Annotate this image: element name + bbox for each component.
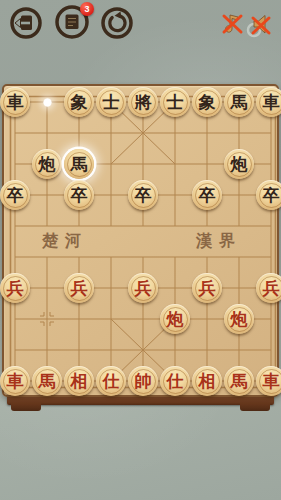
piece-red-soldier[interactable]: 兵 — [0, 273, 30, 303]
piece-black-horse[interactable]: 馬 — [224, 87, 254, 117]
piece-black-cannon[interactable]: 炮 — [224, 149, 254, 179]
piece-red-soldier[interactable]: 兵 — [192, 273, 222, 303]
piece-black-advisor[interactable]: 士 — [96, 87, 126, 117]
record-badge: 3 — [80, 2, 94, 16]
piece-red-advisor[interactable]: 仕 — [96, 366, 126, 396]
xiangqi-game-screen: 3 楚河 漢界 車象士將士象馬車炮馬炮卒卒卒卒卒兵兵兵兵兵炮炮車馬相仕帥仕相馬車 — [0, 0, 281, 500]
piece-black-soldier[interactable]: 卒 — [0, 180, 30, 210]
speaker-muted-icon — [245, 10, 275, 40]
piece-black-advisor[interactable]: 士 — [160, 87, 190, 117]
undo-arrow-icon — [100, 6, 134, 40]
piece-red-soldier[interactable]: 兵 — [64, 273, 94, 303]
piece-red-cannon[interactable]: 炮 — [160, 304, 190, 334]
piece-red-rook[interactable]: 車 — [256, 366, 281, 396]
piece-black-soldier[interactable]: 卒 — [128, 180, 158, 210]
music-note-muted-icon — [220, 11, 245, 37]
river-label-left: 楚河 — [42, 231, 88, 252]
xiangqi-board[interactable]: 楚河 漢界 車象士將士象馬車炮馬炮卒卒卒卒卒兵兵兵兵兵炮炮車馬相仕帥仕相馬車 — [2, 84, 279, 397]
exit-door-icon — [9, 6, 43, 40]
piece-black-horse[interactable]: 馬 — [64, 149, 94, 179]
piece-black-general[interactable]: 將 — [128, 87, 158, 117]
piece-red-elephant[interactable]: 相 — [192, 366, 222, 396]
move-record-button[interactable]: 3 — [54, 4, 90, 40]
piece-red-cannon[interactable]: 炮 — [224, 304, 254, 334]
piece-black-elephant[interactable]: 象 — [64, 87, 94, 117]
music-mute-toggle[interactable] — [220, 11, 245, 37]
piece-black-soldier[interactable]: 卒 — [64, 180, 94, 210]
piece-red-rook[interactable]: 車 — [0, 366, 30, 396]
piece-black-rook[interactable]: 車 — [256, 87, 281, 117]
piece-black-soldier[interactable]: 卒 — [192, 180, 222, 210]
piece-red-general[interactable]: 帥 — [128, 366, 158, 396]
sound-mute-toggle[interactable] — [245, 10, 275, 40]
piece-red-horse[interactable]: 馬 — [32, 366, 62, 396]
board-stand-foot-left — [11, 403, 41, 411]
piece-red-soldier[interactable]: 兵 — [256, 273, 281, 303]
piece-black-cannon[interactable]: 炮 — [32, 149, 62, 179]
undo-button[interactable] — [100, 6, 134, 40]
exit-button[interactable] — [9, 6, 43, 40]
piece-black-rook[interactable]: 車 — [0, 87, 30, 117]
piece-red-elephant[interactable]: 相 — [64, 366, 94, 396]
piece-red-soldier[interactable]: 兵 — [128, 273, 158, 303]
piece-red-advisor[interactable]: 仕 — [160, 366, 190, 396]
last-move-origin-dot — [43, 98, 52, 107]
piece-black-soldier[interactable]: 卒 — [256, 180, 281, 210]
piece-black-elephant[interactable]: 象 — [192, 87, 222, 117]
river-label-right: 漢界 — [196, 231, 242, 252]
piece-red-horse[interactable]: 馬 — [224, 366, 254, 396]
board-stand-foot-right — [240, 403, 270, 411]
